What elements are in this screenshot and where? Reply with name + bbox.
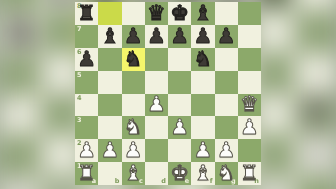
black-pawn[interactable]: ♟ xyxy=(170,25,189,46)
square-h6[interactable] xyxy=(238,48,261,71)
square-g5[interactable] xyxy=(215,71,238,94)
square-f1[interactable]: f♝ xyxy=(191,162,214,185)
black-pawn[interactable]: ♟ xyxy=(147,25,166,46)
rank-label-5: 5 xyxy=(77,72,82,79)
square-d4[interactable]: ♟ xyxy=(145,94,168,117)
white-queen[interactable]: ♛ xyxy=(240,94,259,115)
square-a7[interactable]: 7 xyxy=(75,25,98,48)
black-queen[interactable]: ♛ xyxy=(147,2,166,23)
square-c2[interactable]: ♟ xyxy=(122,139,145,162)
video-frame: 8♜♛♚♝7♝♟♟♟♟♟6♟♞♞54♟♛3♞♟♟2♟♟♟♟♟1a♜bc♝de♚f… xyxy=(0,0,336,189)
square-a1[interactable]: 1a♜ xyxy=(75,162,98,185)
square-e6[interactable] xyxy=(168,48,191,71)
square-h4[interactable]: ♛ xyxy=(238,94,261,117)
white-rook[interactable]: ♜ xyxy=(240,163,259,184)
square-e7[interactable]: ♟ xyxy=(168,25,191,48)
black-knight[interactable]: ♞ xyxy=(124,48,143,69)
square-f8[interactable]: ♝ xyxy=(191,2,214,25)
square-d3[interactable] xyxy=(145,116,168,139)
black-king[interactable]: ♚ xyxy=(170,2,189,23)
white-pawn[interactable]: ♟ xyxy=(193,140,212,161)
square-a2[interactable]: 2♟ xyxy=(75,139,98,162)
square-b3[interactable] xyxy=(98,116,121,139)
square-d8[interactable]: ♛ xyxy=(145,2,168,25)
square-d6[interactable] xyxy=(145,48,168,71)
black-rook[interactable]: ♜ xyxy=(77,2,96,23)
square-c8[interactable] xyxy=(122,2,145,25)
white-rook[interactable]: ♜ xyxy=(77,163,96,184)
white-pawn[interactable]: ♟ xyxy=(170,117,189,138)
square-h3[interactable]: ♟ xyxy=(238,116,261,139)
square-g4[interactable] xyxy=(215,94,238,117)
square-c7[interactable]: ♟ xyxy=(122,25,145,48)
square-b4[interactable] xyxy=(98,94,121,117)
square-h8[interactable] xyxy=(238,2,261,25)
square-c6[interactable]: ♞ xyxy=(122,48,145,71)
square-g1[interactable]: g♞ xyxy=(215,162,238,185)
square-d7[interactable]: ♟ xyxy=(145,25,168,48)
square-g2[interactable]: ♟ xyxy=(215,139,238,162)
square-c3[interactable]: ♞ xyxy=(122,116,145,139)
black-bishop[interactable]: ♝ xyxy=(100,25,119,46)
square-e5[interactable] xyxy=(168,71,191,94)
white-knight[interactable]: ♞ xyxy=(124,117,143,138)
square-b2[interactable]: ♟ xyxy=(98,139,121,162)
square-h2[interactable] xyxy=(238,139,261,162)
square-e8[interactable]: ♚ xyxy=(168,2,191,25)
square-c1[interactable]: c♝ xyxy=(122,162,145,185)
black-pawn[interactable]: ♟ xyxy=(193,25,212,46)
square-g6[interactable] xyxy=(215,48,238,71)
white-king[interactable]: ♚ xyxy=(170,163,189,184)
white-knight[interactable]: ♞ xyxy=(217,163,236,184)
black-bishop[interactable]: ♝ xyxy=(193,2,212,23)
square-d1[interactable]: d xyxy=(145,162,168,185)
square-f6[interactable]: ♞ xyxy=(191,48,214,71)
chess-board: 8♜♛♚♝7♝♟♟♟♟♟6♟♞♞54♟♛3♞♟♟2♟♟♟♟♟1a♜bc♝de♚f… xyxy=(75,2,261,185)
square-a5[interactable]: 5 xyxy=(75,71,98,94)
file-label-d: d xyxy=(161,178,166,185)
black-pawn[interactable]: ♟ xyxy=(124,25,143,46)
square-g7[interactable]: ♟ xyxy=(215,25,238,48)
square-f3[interactable] xyxy=(191,116,214,139)
square-e4[interactable] xyxy=(168,94,191,117)
square-a6[interactable]: 6♟ xyxy=(75,48,98,71)
square-b6[interactable] xyxy=(98,48,121,71)
square-e3[interactable]: ♟ xyxy=(168,116,191,139)
square-f4[interactable] xyxy=(191,94,214,117)
white-pawn[interactable]: ♟ xyxy=(147,94,166,115)
square-f5[interactable] xyxy=(191,71,214,94)
rank-label-4: 4 xyxy=(77,95,82,102)
white-bishop[interactable]: ♝ xyxy=(193,163,212,184)
square-b1[interactable]: b xyxy=(98,162,121,185)
square-e1[interactable]: e♚ xyxy=(168,162,191,185)
white-pawn[interactable]: ♟ xyxy=(77,140,96,161)
square-h5[interactable] xyxy=(238,71,261,94)
file-label-b: b xyxy=(115,178,120,185)
white-pawn[interactable]: ♟ xyxy=(217,140,236,161)
square-g3[interactable] xyxy=(215,116,238,139)
square-e2[interactable] xyxy=(168,139,191,162)
square-g8[interactable] xyxy=(215,2,238,25)
white-pawn[interactable]: ♟ xyxy=(240,117,259,138)
square-h7[interactable] xyxy=(238,25,261,48)
black-pawn[interactable]: ♟ xyxy=(77,48,96,69)
square-f2[interactable]: ♟ xyxy=(191,139,214,162)
white-pawn[interactable]: ♟ xyxy=(100,140,119,161)
square-h1[interactable]: h♜ xyxy=(238,162,261,185)
white-pawn[interactable]: ♟ xyxy=(124,140,143,161)
square-a4[interactable]: 4 xyxy=(75,94,98,117)
black-pawn[interactable]: ♟ xyxy=(217,25,236,46)
square-d5[interactable] xyxy=(145,71,168,94)
square-c5[interactable] xyxy=(122,71,145,94)
square-f7[interactable]: ♟ xyxy=(191,25,214,48)
square-d2[interactable] xyxy=(145,139,168,162)
rank-label-3: 3 xyxy=(77,117,82,124)
square-a3[interactable]: 3 xyxy=(75,116,98,139)
black-knight[interactable]: ♞ xyxy=(193,48,212,69)
square-a8[interactable]: 8♜ xyxy=(75,2,98,25)
white-bishop[interactable]: ♝ xyxy=(124,163,143,184)
square-b8[interactable] xyxy=(98,2,121,25)
rank-label-7: 7 xyxy=(77,26,82,33)
square-b7[interactable]: ♝ xyxy=(98,25,121,48)
square-c4[interactable] xyxy=(122,94,145,117)
square-b5[interactable] xyxy=(98,71,121,94)
